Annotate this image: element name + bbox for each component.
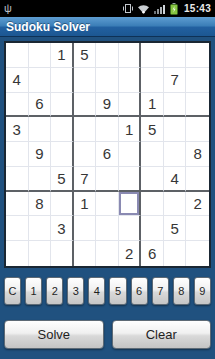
solve-button[interactable]: Solve [4,320,104,349]
cell-r2c8[interactable]: 7 [164,68,187,93]
cell-r8c8[interactable]: 5 [164,216,187,241]
cell-r2c2[interactable] [29,68,52,93]
key-7[interactable]: 7 [152,277,169,305]
cell-r5c8[interactable] [164,142,187,167]
key-3[interactable]: 3 [67,277,84,305]
app-title: Sudoku Solver [6,20,90,34]
cell-r8c7[interactable] [141,216,164,241]
key-9[interactable]: 9 [194,277,211,305]
cell-r6c5[interactable] [96,167,119,192]
cell-r3c4[interactable] [74,93,97,118]
cell-r1c9[interactable] [186,43,209,68]
cell-r9c6[interactable]: 2 [119,241,142,266]
cell-r1c5[interactable] [96,43,119,68]
cell-r1c1[interactable] [6,43,29,68]
cell-r8c6[interactable] [119,216,142,241]
cell-r2c4[interactable] [74,68,97,93]
cell-r8c2[interactable] [29,216,52,241]
cell-r9c1[interactable] [6,241,29,266]
cell-r4c3[interactable] [51,117,74,142]
cell-r3c8[interactable] [164,93,187,118]
status-clock: 15:43 [184,3,211,14]
cell-r8c1[interactable] [6,216,29,241]
usb-icon: ψ [4,0,12,17]
cell-r5c6[interactable] [119,142,142,167]
cell-r8c9[interactable] [186,216,209,241]
cell-r4c7[interactable]: 5 [141,117,164,142]
cell-r2c1[interactable]: 4 [6,68,29,93]
sudoku-board: 15476913159685748123526 [4,41,211,268]
key-C[interactable]: C [4,277,21,305]
cell-r5c9[interactable]: 8 [186,142,209,167]
cell-r6c6[interactable] [119,167,142,192]
cell-r9c5[interactable] [96,241,119,266]
cell-r6c9[interactable] [186,167,209,192]
cell-r3c7[interactable]: 1 [141,93,164,118]
cell-r6c4[interactable]: 7 [74,167,97,192]
clear-button[interactable]: Clear [112,320,212,349]
cell-r4c6[interactable]: 1 [119,117,142,142]
cell-r7c3[interactable] [51,192,74,217]
cell-r2c6[interactable] [119,68,142,93]
cell-r9c2[interactable] [29,241,52,266]
cell-r7c7[interactable] [141,192,164,217]
cell-r5c4[interactable] [74,142,97,167]
cell-r7c4[interactable]: 1 [74,192,97,217]
cell-r7c9[interactable]: 2 [186,192,209,217]
cell-r1c6[interactable] [119,43,142,68]
cell-r4c4[interactable] [74,117,97,142]
cell-r4c9[interactable] [186,117,209,142]
cell-r4c8[interactable] [164,117,187,142]
cell-r5c2[interactable]: 9 [29,142,52,167]
key-2[interactable]: 2 [46,277,63,305]
cell-r1c8[interactable] [164,43,187,68]
action-bar: Solve Clear [0,305,215,349]
wifi-icon [137,4,150,14]
vibrate-icon [123,3,133,14]
key-1[interactable]: 1 [25,277,42,305]
cell-r1c7[interactable] [141,43,164,68]
cell-r3c2[interactable]: 6 [29,93,52,118]
cell-r8c4[interactable] [74,216,97,241]
cell-r3c3[interactable] [51,93,74,118]
cell-r9c7[interactable]: 6 [141,241,164,266]
cell-r2c5[interactable] [96,68,119,93]
cell-r6c1[interactable] [6,167,29,192]
cell-r4c5[interactable] [96,117,119,142]
cell-r6c7[interactable] [141,167,164,192]
cell-r8c5[interactable] [96,216,119,241]
cell-r9c9[interactable] [186,241,209,266]
key-5[interactable]: 5 [109,277,126,305]
cell-r6c3[interactable]: 5 [51,167,74,192]
cell-r4c1[interactable]: 3 [6,117,29,142]
cell-r9c8[interactable] [164,241,187,266]
cell-r5c5[interactable]: 6 [96,142,119,167]
cell-r6c2[interactable] [29,167,52,192]
cell-r1c4[interactable]: 5 [74,43,97,68]
cell-r3c6[interactable] [119,93,142,118]
cell-r5c1[interactable] [6,142,29,167]
cell-r7c5[interactable] [96,192,119,217]
cell-r6c8[interactable]: 4 [164,167,187,192]
cell-r4c2[interactable] [29,117,52,142]
key-8[interactable]: 8 [173,277,190,305]
cell-r3c9[interactable] [186,93,209,118]
key-4[interactable]: 4 [88,277,105,305]
cell-r5c3[interactable] [51,142,74,167]
cell-r2c9[interactable] [186,68,209,93]
battery-icon [170,3,178,15]
cell-r9c3[interactable] [51,241,74,266]
signal-icon [154,4,166,14]
cell-r9c4[interactable] [74,241,97,266]
cell-r7c2[interactable]: 8 [29,192,52,217]
cell-r1c2[interactable] [29,43,52,68]
cell-r8c3[interactable]: 3 [51,216,74,241]
status-bar: ψ [0,0,215,17]
cell-r3c5[interactable]: 9 [96,93,119,118]
cell-r7c1[interactable] [6,192,29,217]
cell-r3c1[interactable] [6,93,29,118]
cell-r2c3[interactable] [51,68,74,93]
cell-r7c8[interactable] [164,192,187,217]
keypad: C123456789 [0,268,215,305]
cell-r5c7[interactable] [141,142,164,167]
cell-r2c7[interactable] [141,68,164,93]
selected-cell-r7c6[interactable] [119,192,142,217]
title-bar: Sudoku Solver [0,17,215,37]
key-6[interactable]: 6 [131,277,148,305]
cell-r1c3[interactable]: 1 [51,43,74,68]
